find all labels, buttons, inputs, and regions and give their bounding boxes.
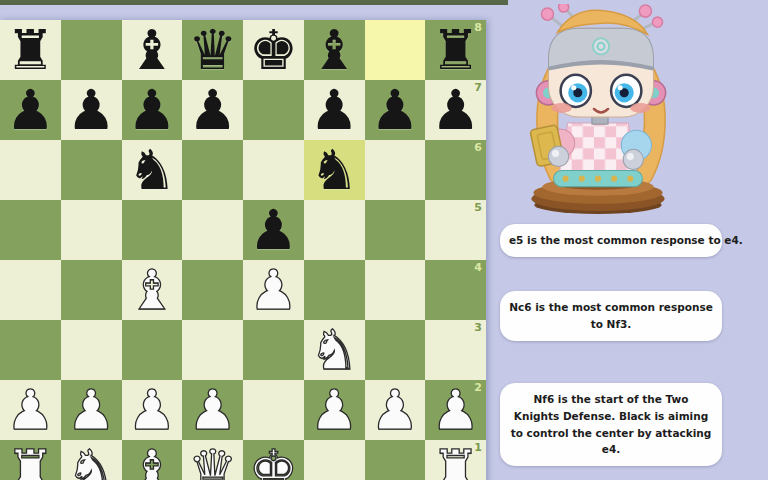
square-b2[interactable]: ♟ xyxy=(61,380,122,440)
rank-label-7: 7 xyxy=(474,81,482,95)
square-g2[interactable]: ♟ xyxy=(365,380,426,440)
square-a3[interactable] xyxy=(0,320,61,380)
robot-tutor-illustration xyxy=(505,4,697,218)
piece-black-pawn[interactable]: ♟ xyxy=(370,80,419,140)
square-e1[interactable]: ♚ xyxy=(243,440,304,480)
square-d1[interactable]: ♛ xyxy=(182,440,243,480)
square-f4[interactable] xyxy=(304,260,365,320)
piece-white-bishop[interactable]: ♝ xyxy=(127,260,176,320)
rank-label-6: 6 xyxy=(474,141,482,155)
square-b5[interactable] xyxy=(61,200,122,260)
square-h3[interactable]: 3 xyxy=(425,320,486,380)
piece-white-pawn[interactable]: ♟ xyxy=(309,380,358,440)
message-card-3: Nf6 is the start of the Two Knights Defe… xyxy=(500,383,722,466)
piece-white-pawn[interactable]: ♟ xyxy=(249,260,298,320)
square-g7[interactable]: ♟ xyxy=(365,80,426,140)
square-h8[interactable]: 8♜ xyxy=(425,20,486,80)
square-d6[interactable] xyxy=(182,140,243,200)
robot-head xyxy=(549,10,654,117)
square-d7[interactable]: ♟ xyxy=(182,80,243,140)
square-c2[interactable]: ♟ xyxy=(122,380,183,440)
rank-label-4: 4 xyxy=(474,261,482,275)
piece-black-pawn[interactable]: ♟ xyxy=(6,80,55,140)
square-g8[interactable] xyxy=(365,20,426,80)
square-d3[interactable] xyxy=(182,320,243,380)
square-d4[interactable] xyxy=(182,260,243,320)
square-a2[interactable]: ♟ xyxy=(0,380,61,440)
square-c1[interactable]: ♝ xyxy=(122,440,183,480)
piece-white-rook[interactable]: ♜ xyxy=(431,440,480,480)
message-card-2: Nc6 is the most common response to Nf3. xyxy=(500,291,722,341)
message-text-3: Nf6 is the start of the Two Knights Defe… xyxy=(511,393,712,455)
square-b3[interactable] xyxy=(61,320,122,380)
square-f6[interactable]: ♞ xyxy=(304,140,365,200)
piece-white-knight[interactable]: ♞ xyxy=(309,320,358,380)
square-a4[interactable] xyxy=(0,260,61,320)
square-a8[interactable]: ♜ xyxy=(0,20,61,80)
message-card-1: e5 is the most common response to e4. xyxy=(500,224,722,257)
chess-board: ♜♝♛♚♝8♜♟♟♟♟♟♟7♟♞♞6♟5♝♟4♞3♟♟♟♟♟♟2♟♜♞♝♛♚1♜ xyxy=(0,20,486,480)
square-f2[interactable]: ♟ xyxy=(304,380,365,440)
square-d2[interactable]: ♟ xyxy=(182,380,243,440)
piece-black-bishop[interactable]: ♝ xyxy=(127,20,176,80)
square-b8[interactable] xyxy=(61,20,122,80)
square-a7[interactable]: ♟ xyxy=(0,80,61,140)
square-h7[interactable]: 7♟ xyxy=(425,80,486,140)
piece-black-pawn[interactable]: ♟ xyxy=(188,80,237,140)
piece-white-bishop[interactable]: ♝ xyxy=(127,440,176,480)
piece-white-pawn[interactable]: ♟ xyxy=(188,380,237,440)
piece-black-pawn[interactable]: ♟ xyxy=(249,200,298,260)
square-e6[interactable] xyxy=(243,140,304,200)
piece-black-rook[interactable]: ♜ xyxy=(6,20,55,80)
piece-black-king[interactable]: ♚ xyxy=(249,20,298,80)
square-g1[interactable] xyxy=(365,440,426,480)
robot-blush-right xyxy=(630,103,650,113)
piece-white-pawn[interactable]: ♟ xyxy=(431,380,480,440)
rank-label-3: 3 xyxy=(474,321,482,335)
square-e5[interactable]: ♟ xyxy=(243,200,304,260)
message-text-1: e5 is the most common response to e4. xyxy=(509,234,743,246)
square-f8[interactable]: ♝ xyxy=(304,20,365,80)
rank-label-5: 5 xyxy=(474,201,482,215)
square-a6[interactable] xyxy=(0,140,61,200)
robot-blush-left xyxy=(552,103,572,113)
rank-label-8: 8 xyxy=(474,21,482,35)
square-c8[interactable]: ♝ xyxy=(122,20,183,80)
piece-white-pawn[interactable]: ♟ xyxy=(66,380,115,440)
piece-white-knight[interactable]: ♞ xyxy=(66,440,115,480)
square-f7[interactable]: ♟ xyxy=(304,80,365,140)
robot-tutor-svg xyxy=(505,4,697,218)
square-e8[interactable]: ♚ xyxy=(243,20,304,80)
square-g5[interactable] xyxy=(365,200,426,260)
square-h6[interactable]: 6 xyxy=(425,140,486,200)
square-c5[interactable] xyxy=(122,200,183,260)
piece-black-rook[interactable]: ♜ xyxy=(431,20,480,80)
piece-black-queen[interactable]: ♛ xyxy=(188,20,237,80)
square-a5[interactable] xyxy=(0,200,61,260)
piece-black-bishop[interactable]: ♝ xyxy=(309,20,358,80)
square-c3[interactable] xyxy=(122,320,183,380)
piece-white-queen[interactable]: ♛ xyxy=(188,440,237,480)
square-e3[interactable] xyxy=(243,320,304,380)
robot-helmet-emblem xyxy=(593,38,609,54)
piece-white-pawn[interactable]: ♟ xyxy=(127,380,176,440)
square-e4[interactable]: ♟ xyxy=(243,260,304,320)
piece-black-knight[interactable]: ♞ xyxy=(127,140,176,200)
square-e2[interactable] xyxy=(243,380,304,440)
square-c7[interactable]: ♟ xyxy=(122,80,183,140)
rank-label-2: 2 xyxy=(474,381,482,395)
square-d5[interactable] xyxy=(182,200,243,260)
message-text-2: Nc6 is the most common response to Nf3. xyxy=(509,301,713,330)
square-b1[interactable]: ♞ xyxy=(61,440,122,480)
square-a1[interactable]: ♜ xyxy=(0,440,61,480)
piece-white-pawn[interactable]: ♟ xyxy=(370,380,419,440)
square-e7[interactable] xyxy=(243,80,304,140)
piece-black-knight[interactable]: ♞ xyxy=(309,140,358,200)
square-c4[interactable]: ♝ xyxy=(122,260,183,320)
square-b7[interactable]: ♟ xyxy=(61,80,122,140)
square-g6[interactable] xyxy=(365,140,426,200)
square-b4[interactable] xyxy=(61,260,122,320)
piece-black-pawn[interactable]: ♟ xyxy=(127,80,176,140)
square-c6[interactable]: ♞ xyxy=(122,140,183,200)
piece-white-pawn[interactable]: ♟ xyxy=(6,380,55,440)
cutoff-top-strip xyxy=(0,0,508,5)
square-h2[interactable]: 2♟ xyxy=(425,380,486,440)
piece-black-pawn[interactable]: ♟ xyxy=(431,80,480,140)
square-f3[interactable]: ♞ xyxy=(304,320,365,380)
square-h5[interactable]: 5 xyxy=(425,200,486,260)
square-h4[interactable]: 4 xyxy=(425,260,486,320)
square-g3[interactable] xyxy=(365,320,426,380)
square-b6[interactable] xyxy=(61,140,122,200)
piece-black-pawn[interactable]: ♟ xyxy=(309,80,358,140)
rank-label-1: 1 xyxy=(474,441,482,455)
piece-white-rook[interactable]: ♜ xyxy=(6,440,55,480)
square-f5[interactable] xyxy=(304,200,365,260)
square-g4[interactable] xyxy=(365,260,426,320)
square-h1[interactable]: 1♜ xyxy=(425,440,486,480)
piece-black-pawn[interactable]: ♟ xyxy=(66,80,115,140)
square-d8[interactable]: ♛ xyxy=(182,20,243,80)
square-f1[interactable] xyxy=(304,440,365,480)
piece-white-king[interactable]: ♚ xyxy=(249,440,298,480)
robot-torso xyxy=(530,123,652,187)
